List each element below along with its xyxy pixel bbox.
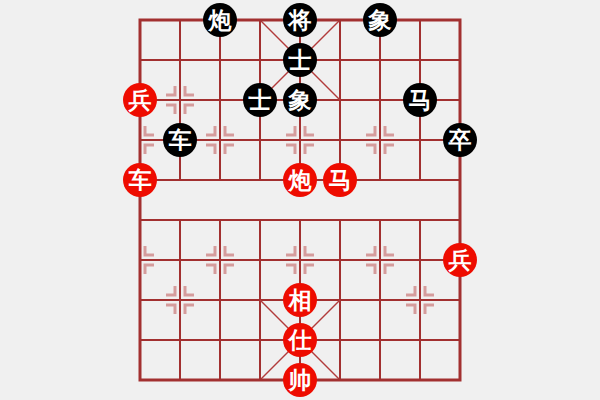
- piece-black-cannon[interactable]: 炮: [203, 3, 237, 37]
- piece-black-general[interactable]: 将: [283, 3, 317, 37]
- piece-black-elephant[interactable]: 象: [363, 3, 397, 37]
- piece-red-chariot[interactable]: 车: [123, 163, 157, 197]
- piece-red-elephant[interactable]: 相: [283, 283, 317, 317]
- piece-black-soldier[interactable]: 卒: [443, 123, 477, 157]
- piece-black-advisor[interactable]: 士: [243, 83, 277, 117]
- piece-black-chariot[interactable]: 车: [163, 123, 197, 157]
- pieces-layer: 炮将象士兵士象马车卒车炮马兵相仕帅: [120, 0, 480, 400]
- piece-red-horse[interactable]: 马: [323, 163, 357, 197]
- piece-red-advisor[interactable]: 仕: [283, 323, 317, 357]
- xiangqi-screen: 炮将象士兵士象马车卒车炮马兵相仕帅: [0, 0, 600, 400]
- piece-red-soldier[interactable]: 兵: [123, 83, 157, 117]
- piece-red-general[interactable]: 帅: [283, 363, 317, 397]
- piece-black-advisor[interactable]: 士: [283, 43, 317, 77]
- piece-black-elephant[interactable]: 象: [283, 83, 317, 117]
- piece-red-cannon[interactable]: 炮: [283, 163, 317, 197]
- piece-black-horse[interactable]: 马: [403, 83, 437, 117]
- piece-red-soldier[interactable]: 兵: [443, 243, 477, 277]
